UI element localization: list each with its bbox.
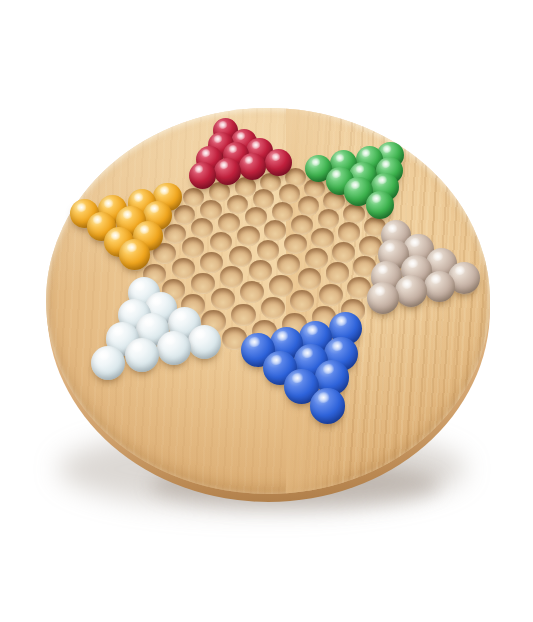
board-hole[interactable] xyxy=(211,288,235,310)
board-hole[interactable] xyxy=(326,262,349,284)
marble-highlight xyxy=(147,203,160,215)
marble-highlight xyxy=(212,134,224,145)
marble-highlight xyxy=(400,277,415,290)
board-hole[interactable] xyxy=(235,177,256,196)
marble-highlight xyxy=(330,169,343,180)
marble-highlight xyxy=(268,353,284,367)
board-hole[interactable] xyxy=(290,290,314,312)
marble-highlight xyxy=(102,197,115,209)
board-hole[interactable] xyxy=(298,196,320,216)
marble-gold[interactable] xyxy=(119,239,150,270)
board-hole[interactable] xyxy=(272,202,294,222)
marble-highlight xyxy=(124,241,138,253)
board-hole[interactable] xyxy=(291,215,313,235)
marble-highlight xyxy=(193,164,206,175)
marble-green[interactable] xyxy=(366,191,395,220)
board-hole[interactable] xyxy=(338,222,360,243)
marble-highlight xyxy=(132,191,145,203)
marble-highlight xyxy=(320,362,336,376)
board-hole[interactable] xyxy=(227,195,249,215)
board-hole[interactable] xyxy=(231,304,256,327)
marble-highlight xyxy=(304,323,319,336)
board-hole[interactable] xyxy=(305,248,328,269)
board-hole[interactable] xyxy=(182,237,205,258)
board-hole[interactable] xyxy=(264,220,286,241)
board-hole[interactable] xyxy=(343,204,365,224)
marble-white[interactable] xyxy=(188,325,222,359)
board-hole[interactable] xyxy=(332,242,355,263)
marble-highlight xyxy=(174,309,189,322)
board-hole[interactable] xyxy=(279,184,300,204)
pieces-layer xyxy=(0,0,533,622)
marble-highlight xyxy=(111,324,126,337)
marble-highlight xyxy=(360,148,372,159)
marble-highlight xyxy=(330,340,345,354)
marble-highlight xyxy=(193,327,208,341)
board-hole[interactable] xyxy=(200,252,223,273)
marble-tan[interactable] xyxy=(395,275,427,307)
board-hole[interactable] xyxy=(218,213,240,233)
marble-highlight xyxy=(130,340,145,354)
marble-highlight xyxy=(383,241,397,253)
marble-highlight xyxy=(217,120,229,130)
marble-highlight xyxy=(334,315,349,328)
marble-highlight xyxy=(429,273,443,286)
board-hole[interactable] xyxy=(269,275,293,297)
marble-highlight xyxy=(431,251,445,264)
marble-highlight xyxy=(150,294,165,307)
board-hole[interactable] xyxy=(240,281,264,303)
marble-highlight xyxy=(235,131,247,141)
marble-highlight xyxy=(138,223,152,235)
marble-highlight xyxy=(299,346,315,360)
board-hole[interactable] xyxy=(191,218,213,238)
marble-white[interactable] xyxy=(91,346,125,380)
board-hole[interactable] xyxy=(245,207,267,227)
marble-highlight xyxy=(310,157,322,168)
marble-highlight xyxy=(250,140,262,151)
marble-tan[interactable] xyxy=(424,271,456,303)
board-hole[interactable] xyxy=(209,182,230,201)
marble-highlight xyxy=(142,315,157,328)
board-hole[interactable] xyxy=(277,254,300,275)
marble-highlight xyxy=(200,148,212,159)
marble-highlight xyxy=(275,329,290,343)
marble-highlight xyxy=(124,301,139,314)
board-hole[interactable] xyxy=(319,284,343,306)
board-hole[interactable] xyxy=(229,246,252,267)
board-hole[interactable] xyxy=(253,189,274,209)
marble-highlight xyxy=(227,144,239,155)
board-hole[interactable] xyxy=(311,228,334,249)
marble-highlight xyxy=(247,335,262,349)
marble-highlight xyxy=(406,257,420,270)
marble-red[interactable] xyxy=(239,153,266,180)
marble-highlight xyxy=(243,155,255,166)
marble-highlight xyxy=(121,208,134,220)
marble-highlight xyxy=(289,371,305,385)
board-hole[interactable] xyxy=(249,260,272,282)
marble-highlight xyxy=(376,264,390,277)
marble-highlight xyxy=(334,152,346,163)
marble-highlight xyxy=(372,284,387,297)
marble-highlight xyxy=(158,185,171,197)
marble-blue[interactable] xyxy=(310,388,345,423)
board-hole[interactable] xyxy=(257,240,280,261)
marble-highlight xyxy=(163,333,178,347)
board-hole[interactable] xyxy=(298,268,322,290)
marble-highlight xyxy=(349,179,362,190)
marble-highlight xyxy=(96,348,112,362)
marble-highlight xyxy=(381,143,393,154)
marble-tan[interactable] xyxy=(367,282,399,314)
marble-highlight xyxy=(315,391,331,405)
board-hole[interactable] xyxy=(172,258,195,279)
board-hole[interactable] xyxy=(210,232,233,253)
marble-highlight xyxy=(75,201,88,213)
marble-highlight xyxy=(375,175,388,186)
marble-highlight xyxy=(109,229,123,241)
board-hole[interactable] xyxy=(261,297,285,319)
marble-highlight xyxy=(370,192,383,204)
marble-white[interactable] xyxy=(125,338,159,372)
marble-highlight xyxy=(408,236,422,248)
board-hole[interactable] xyxy=(284,234,307,255)
marble-highlight xyxy=(386,222,400,234)
marble-highlight xyxy=(354,164,366,175)
board-hole[interactable] xyxy=(191,273,215,295)
marble-highlight xyxy=(270,151,282,162)
marble-white[interactable] xyxy=(157,331,191,365)
marble-highlight xyxy=(218,159,230,170)
board-hole[interactable] xyxy=(318,209,340,229)
marble-highlight xyxy=(380,158,392,169)
marble-highlight xyxy=(133,279,148,292)
marble-highlight xyxy=(453,264,467,277)
photo-scene xyxy=(0,0,533,622)
marble-highlight xyxy=(91,214,104,226)
board-hole[interactable] xyxy=(237,226,259,247)
board-hole[interactable] xyxy=(220,266,244,288)
